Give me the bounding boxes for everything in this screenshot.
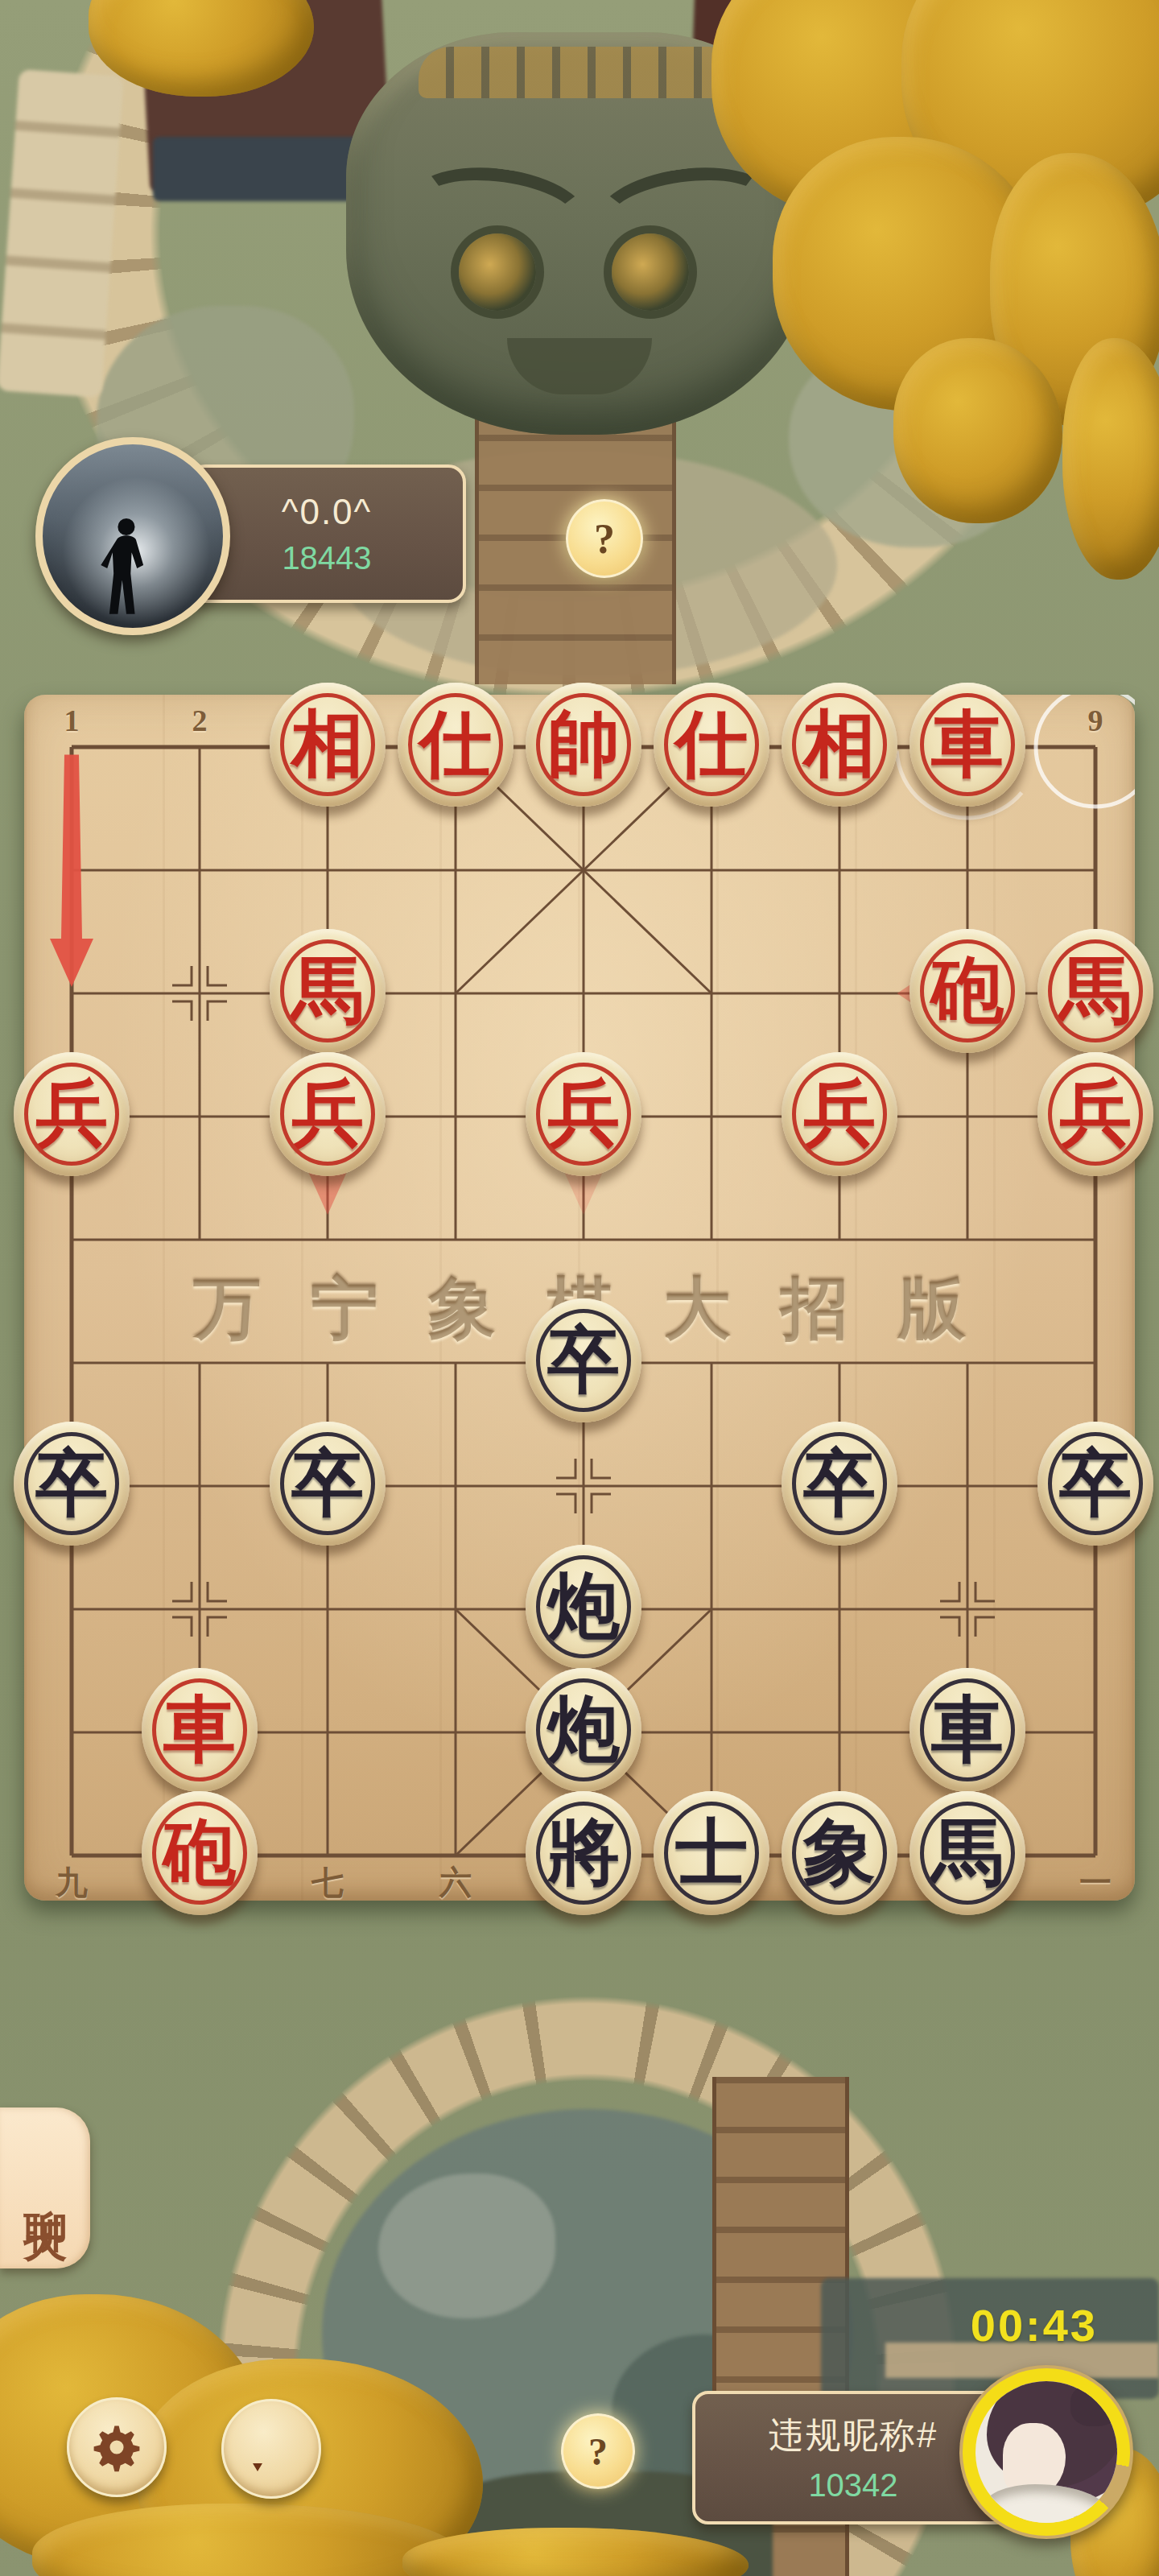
settings-button[interactable] [67,2397,167,2497]
piece-black-炮-f5r8[interactable]: 炮 [526,1668,641,1792]
xiangqi-game-screen: { "game": "xiangqi (Chinese chess) — 万宁象… [0,0,1159,2576]
file-label-bottom-一: 一 [1071,1860,1120,1905]
file-label-bottom-六: 六 [431,1860,480,1905]
piece-black-車-f8r8[interactable]: 車 [909,1668,1025,1792]
help-button-top[interactable]: ? [566,499,643,578]
piece-red-車-f2r8[interactable]: 車 [142,1668,258,1792]
piece-red-砲-f2r9[interactable]: 砲 [142,1791,258,1915]
piece-red-相-f3r0[interactable]: 相 [270,683,386,807]
question-mark-icon: ? [588,2429,608,2474]
face-eye [459,233,536,311]
piece-black-士-f6r9[interactable]: 士 [654,1791,769,1915]
piece-red-帥-f5r0[interactable]: 帥 [526,683,641,807]
file-label-top-1: 1 [47,703,96,738]
gear-icon [90,2421,143,2474]
pebble [378,2173,555,2318]
piece-red-車-f8r0[interactable]: 車 [909,683,1025,807]
piece-red-馬-f3r2[interactable]: 馬 [270,929,386,1053]
piece-black-卒-f9r6[interactable]: 卒 [1037,1422,1153,1546]
avatar-portrait [975,2381,1117,2523]
tree-foliage [1062,338,1159,580]
piece-red-砲-f8r2[interactable]: 砲 [909,929,1025,1053]
piece-red-馬-f9r2[interactable]: 馬 [1037,929,1153,1053]
xiangqi-board[interactable]: 123456789 九八七六五四三二一 万宁象棋大招版 相仕帥仕相車馬砲馬兵兵兵… [24,695,1135,1901]
chat-message-button[interactable] [221,2399,321,2499]
move-timer: 00:43 [971,2299,1098,2351]
bottom-player-score: 10342 [808,2467,897,2504]
piece-black-卒-f7r6[interactable]: 卒 [782,1422,897,1546]
face-eye [612,233,689,311]
question-mark-icon: ? [594,515,615,563]
top-player-score: 18443 [282,540,371,576]
file-label-bottom-七: 七 [303,1860,352,1905]
chat-bubble-icon [246,2429,296,2468]
piece-red-仕-f6r0[interactable]: 仕 [654,683,769,807]
piece-black-卒-f3r6[interactable]: 卒 [270,1422,386,1546]
help-button-bottom[interactable]: ? [561,2413,635,2489]
tree-foliage [893,338,1062,523]
piece-black-卒-f1r6[interactable]: 卒 [14,1422,130,1546]
piece-black-馬-f8r9[interactable]: 馬 [909,1791,1025,1915]
file-label-bottom-九: 九 [47,1860,96,1905]
face-mouth [507,338,652,394]
silhouette-figure-icon [93,512,160,618]
piece-red-相-f7r0[interactable]: 相 [782,683,897,807]
bottom-player-name: 违规昵称# [769,2412,938,2459]
top-player-avatar[interactable] [35,437,230,635]
chat-tab-label: 聊天 [16,2175,75,2201]
piece-red-仕-f4r0[interactable]: 仕 [398,683,514,807]
piece-red-兵-f1r3[interactable]: 兵 [14,1052,130,1176]
piece-black-炮-f5r7[interactable]: 炮 [526,1545,641,1669]
bottom-player-avatar[interactable] [959,2365,1133,2539]
piece-red-兵-f7r3[interactable]: 兵 [782,1052,897,1176]
file-label-top-2: 2 [175,703,224,738]
piece-red-兵-f5r3[interactable]: 兵 [526,1052,641,1176]
piece-black-卒-f5r5[interactable]: 卒 [526,1298,641,1422]
top-player-name: ^0.0^ [282,492,372,532]
chat-tab-button[interactable]: 聊天 [0,2107,90,2268]
file-label-top-9: 9 [1071,703,1120,738]
piece-red-兵-f3r3[interactable]: 兵 [270,1052,386,1176]
piece-black-象-f7r9[interactable]: 象 [782,1791,897,1915]
piece-red-兵-f9r3[interactable]: 兵 [1037,1052,1153,1176]
piece-black-將-f5r9[interactable]: 將 [526,1791,641,1915]
